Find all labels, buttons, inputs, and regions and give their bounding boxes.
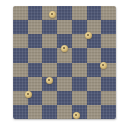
button-piece[interactable]: [49, 11, 56, 18]
board-square[interactable]: [13, 63, 28, 77]
board-square[interactable]: [13, 77, 28, 91]
board-square[interactable]: [57, 105, 72, 119]
board-square[interactable]: [87, 6, 102, 20]
board-square[interactable]: [57, 63, 72, 77]
board-square[interactable]: [87, 77, 102, 91]
button-piece[interactable]: [25, 91, 32, 98]
button-piece[interactable]: [85, 32, 92, 39]
board-square[interactable]: [72, 77, 87, 91]
button-hole: [102, 64, 104, 66]
board-square[interactable]: [72, 63, 87, 77]
board-square[interactable]: [28, 77, 43, 91]
board-square[interactable]: [28, 105, 43, 119]
board-square[interactable]: [13, 48, 28, 62]
board-square[interactable]: [57, 91, 72, 105]
button-piece[interactable]: [100, 62, 107, 69]
board-square[interactable]: [87, 48, 102, 62]
button-piece[interactable]: [61, 45, 68, 52]
button-hole: [27, 93, 29, 95]
board-square[interactable]: [101, 91, 116, 105]
board-square[interactable]: [72, 91, 87, 105]
board-square[interactable]: [42, 34, 57, 48]
board-square[interactable]: [28, 48, 43, 62]
board-square[interactable]: [42, 63, 57, 77]
board-square[interactable]: [101, 105, 116, 119]
button-hole: [48, 79, 50, 81]
board-square[interactable]: [28, 34, 43, 48]
board-square[interactable]: [57, 20, 72, 34]
board-square[interactable]: [42, 105, 57, 119]
button-hole: [51, 13, 53, 15]
board-square[interactable]: [72, 20, 87, 34]
board-square[interactable]: [28, 20, 43, 34]
photo-background: [0, 0, 128, 128]
button-hole: [87, 34, 89, 36]
board-square[interactable]: [42, 91, 57, 105]
game-board: [13, 6, 116, 119]
board-square[interactable]: [13, 34, 28, 48]
board-square[interactable]: [57, 6, 72, 20]
board-square[interactable]: [13, 105, 28, 119]
board-square[interactable]: [87, 91, 102, 105]
board-square[interactable]: [101, 6, 116, 20]
button-hole: [75, 114, 77, 116]
board-square[interactable]: [87, 105, 102, 119]
board-square[interactable]: [72, 6, 87, 20]
board-square[interactable]: [13, 6, 28, 20]
board-square[interactable]: [57, 77, 72, 91]
button-hole: [63, 47, 65, 49]
board-square[interactable]: [13, 20, 28, 34]
board-square[interactable]: [101, 48, 116, 62]
board-square[interactable]: [28, 63, 43, 77]
board-square[interactable]: [72, 48, 87, 62]
button-piece[interactable]: [73, 112, 80, 119]
board-square[interactable]: [101, 34, 116, 48]
button-piece[interactable]: [46, 77, 53, 84]
board-square[interactable]: [28, 6, 43, 20]
board-square[interactable]: [42, 20, 57, 34]
board-square[interactable]: [42, 48, 57, 62]
board-square[interactable]: [101, 20, 116, 34]
board-square[interactable]: [101, 77, 116, 91]
